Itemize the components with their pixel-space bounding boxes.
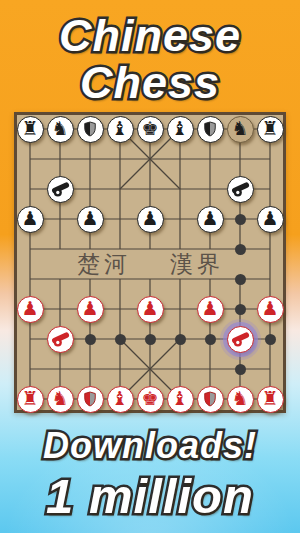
pawn-icon: ♟︎ [21, 299, 38, 318]
king-icon: ♚︎ [141, 389, 158, 408]
chariot-icon: ♜︎ [261, 389, 278, 408]
chariot-icon: ♜︎ [21, 119, 38, 138]
piece-black-horse[interactable]: ♞︎ [47, 116, 74, 143]
piece-red-pawn[interactable]: ♟︎ [77, 296, 104, 323]
pawn-icon: ♟︎ [261, 209, 278, 228]
pawn-icon: ♟︎ [261, 299, 278, 318]
advisor-icon: ♝︎ [111, 119, 128, 138]
move-dot-c3[interactable] [85, 334, 96, 345]
cannon-icon [51, 330, 70, 349]
river-label-right: 漢界 [170, 249, 224, 280]
piece-black-horse[interactable]: ♞︎ [227, 116, 254, 143]
shield-icon [83, 391, 97, 407]
pawn-icon: ♟︎ [201, 299, 218, 318]
cannon-icon [51, 180, 70, 199]
piece-red-chariot[interactable]: ♜︎ [257, 386, 284, 413]
move-dot-f3[interactable] [175, 334, 186, 345]
piece-black-chariot[interactable]: ♜︎ [17, 116, 44, 143]
horse-icon: ♞︎ [51, 389, 68, 408]
advisor-icon: ♝︎ [171, 389, 188, 408]
piece-red-advisor[interactable]: ♝︎ [107, 386, 134, 413]
piece-black-advisor[interactable]: ♝︎ [107, 116, 134, 143]
move-dot-g3[interactable] [205, 334, 216, 345]
advisor-icon: ♝︎ [111, 389, 128, 408]
cannon-icon [231, 330, 250, 349]
piece-red-horse[interactable]: ♞︎ [227, 386, 254, 413]
horse-icon: ♞︎ [51, 119, 68, 138]
move-dot-e3[interactable] [145, 334, 156, 345]
piece-black-king[interactable]: ♚︎ [137, 116, 164, 143]
downloads-label: Downloads! [0, 424, 300, 468]
piece-red-pawn[interactable]: ♟︎ [197, 296, 224, 323]
piece-red-elephant[interactable] [77, 386, 104, 413]
title-line-2: Chess [0, 59, 300, 106]
piece-red-king[interactable]: ♚︎ [137, 386, 164, 413]
piece-red-cannon[interactable] [47, 326, 74, 353]
move-dot-h4[interactable] [235, 304, 246, 315]
piece-black-pawn[interactable]: ♟︎ [137, 206, 164, 233]
move-dot-h6[interactable] [235, 244, 246, 255]
pawn-icon: ♟︎ [201, 209, 218, 228]
pawn-icon: ♟︎ [81, 209, 98, 228]
piece-black-advisor[interactable]: ♝︎ [167, 116, 194, 143]
shield-icon [203, 391, 217, 407]
move-dot-h5[interactable] [235, 274, 246, 285]
app-store-screenshot: Chinese Chess 楚河 漢界 ♜︎♞︎♝︎♚︎♝︎♞︎♜︎♟︎♟︎♟︎… [0, 0, 300, 533]
piece-black-pawn[interactable]: ♟︎ [17, 206, 44, 233]
horse-icon: ♞︎ [231, 119, 248, 138]
app-title: Chinese Chess [0, 12, 300, 106]
move-dot-i3[interactable] [265, 334, 276, 345]
piece-black-pawn[interactable]: ♟︎ [77, 206, 104, 233]
piece-black-pawn[interactable]: ♟︎ [197, 206, 224, 233]
downloads-banner: Downloads! 1 million [0, 424, 300, 524]
shield-icon [83, 121, 97, 137]
move-dot-h7[interactable] [235, 214, 246, 225]
piece-red-advisor[interactable]: ♝︎ [167, 386, 194, 413]
king-icon: ♚︎ [141, 119, 158, 138]
piece-red-pawn[interactable]: ♟︎ [257, 296, 284, 323]
pawn-icon: ♟︎ [21, 209, 38, 228]
horse-icon: ♞︎ [231, 389, 248, 408]
piece-red-elephant[interactable] [197, 386, 224, 413]
piece-red-horse[interactable]: ♞︎ [47, 386, 74, 413]
pawn-icon: ♟︎ [141, 299, 158, 318]
shield-icon [203, 121, 217, 137]
cannon-icon [231, 180, 250, 199]
piece-black-chariot[interactable]: ♜︎ [257, 116, 284, 143]
piece-red-cannon[interactable] [227, 326, 254, 353]
advisor-icon: ♝︎ [171, 119, 188, 138]
piece-black-cannon[interactable] [47, 176, 74, 203]
piece-red-pawn[interactable]: ♟︎ [17, 296, 44, 323]
title-line-1: Chinese [0, 12, 300, 59]
move-dot-h2[interactable] [235, 364, 246, 375]
pawn-icon: ♟︎ [81, 299, 98, 318]
piece-black-elephant[interactable] [77, 116, 104, 143]
piece-black-cannon[interactable] [227, 176, 254, 203]
piece-black-pawn[interactable]: ♟︎ [257, 206, 284, 233]
chariot-icon: ♜︎ [21, 389, 38, 408]
piece-red-chariot[interactable]: ♜︎ [17, 386, 44, 413]
move-dot-d3[interactable] [115, 334, 126, 345]
pawn-icon: ♟︎ [141, 209, 158, 228]
piece-red-pawn[interactable]: ♟︎ [137, 296, 164, 323]
downloads-count: 1 million [0, 468, 300, 524]
river-label-left: 楚河 [77, 249, 131, 280]
piece-black-elephant[interactable] [197, 116, 224, 143]
xiangqi-board[interactable]: 楚河 漢界 ♜︎♞︎♝︎♚︎♝︎♞︎♜︎♟︎♟︎♟︎♟︎♟︎♟︎♟︎♟︎♟︎♟︎… [14, 112, 286, 413]
chariot-icon: ♜︎ [261, 119, 278, 138]
